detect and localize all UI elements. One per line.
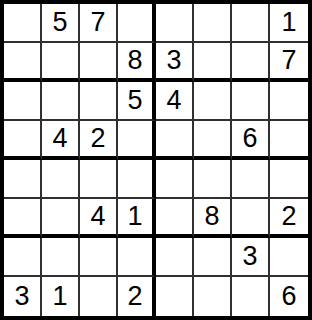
cell-r1c5[interactable]: [156, 4, 194, 43]
given-digit: 1: [281, 9, 296, 36]
cell-r4c8[interactable]: [270, 121, 308, 160]
given-digit: 6: [242, 125, 257, 152]
cell-r7c6[interactable]: [194, 238, 232, 277]
cell-r5c1[interactable]: [4, 160, 42, 199]
cell-r5c2[interactable]: [42, 160, 80, 199]
cell-r5c8[interactable]: [270, 160, 308, 199]
cell-r5c4[interactable]: [118, 160, 156, 199]
cell-r7c2[interactable]: [42, 238, 80, 277]
cell-r8c6[interactable]: [194, 277, 232, 316]
cell-r5c6[interactable]: [194, 160, 232, 199]
cell-r5c3[interactable]: [80, 160, 118, 199]
cell-r2c5[interactable]: 3: [156, 43, 194, 82]
cell-r2c2[interactable]: [42, 43, 80, 82]
cell-r4c4[interactable]: [118, 121, 156, 160]
cell-r3c7[interactable]: [232, 82, 270, 121]
given-digit: 4: [166, 87, 181, 114]
given-digit: 3: [14, 283, 29, 310]
cell-r6c6[interactable]: 8: [194, 199, 232, 238]
given-digit: 4: [90, 203, 105, 230]
given-digit: 8: [127, 47, 142, 74]
cell-r5c7[interactable]: [232, 160, 270, 199]
cell-r3c6[interactable]: [194, 82, 232, 121]
given-digit: 2: [127, 283, 142, 310]
cell-r6c2[interactable]: [42, 199, 80, 238]
given-digit: 6: [281, 283, 296, 310]
given-digit: 3: [242, 243, 257, 270]
cell-r7c3[interactable]: [80, 238, 118, 277]
given-digit: 7: [281, 47, 296, 74]
cell-r2c8[interactable]: 7: [270, 43, 308, 82]
cell-r4c3[interactable]: 2: [80, 121, 118, 160]
cell-r8c1[interactable]: 3: [4, 277, 42, 316]
cell-r4c6[interactable]: [194, 121, 232, 160]
cell-r3c3[interactable]: [80, 82, 118, 121]
given-digit: 1: [127, 203, 142, 230]
given-digit: 2: [90, 125, 105, 152]
cell-r8c8[interactable]: 6: [270, 277, 308, 316]
cell-r1c8[interactable]: 1: [270, 4, 308, 43]
cell-r3c8[interactable]: [270, 82, 308, 121]
given-digit: 8: [204, 203, 219, 230]
cell-r6c5[interactable]: [156, 199, 194, 238]
cell-r2c3[interactable]: [80, 43, 118, 82]
cell-r5c5[interactable]: [156, 160, 194, 199]
cell-r8c5[interactable]: [156, 277, 194, 316]
cell-r8c3[interactable]: [80, 277, 118, 316]
cell-r4c5[interactable]: [156, 121, 194, 160]
cell-r4c2[interactable]: 4: [42, 121, 80, 160]
cell-r8c2[interactable]: 1: [42, 277, 80, 316]
cell-r6c7[interactable]: [232, 199, 270, 238]
cell-r1c7[interactable]: [232, 4, 270, 43]
cell-r1c1[interactable]: [4, 4, 42, 43]
cell-r2c7[interactable]: [232, 43, 270, 82]
cell-r2c6[interactable]: [194, 43, 232, 82]
cell-r3c5[interactable]: 4: [156, 82, 194, 121]
given-digit: 4: [52, 125, 67, 152]
cell-r6c8[interactable]: 2: [270, 199, 308, 238]
sudoku-puzzle: 57183754426418233126: [0, 0, 312, 320]
cell-r3c4[interactable]: 5: [118, 82, 156, 121]
cell-r7c5[interactable]: [156, 238, 194, 277]
given-digit: 5: [52, 9, 67, 36]
given-digit: 1: [52, 283, 67, 310]
cell-r7c8[interactable]: [270, 238, 308, 277]
cell-r8c4[interactable]: 2: [118, 277, 156, 316]
cell-r7c7[interactable]: 3: [232, 238, 270, 277]
cell-r6c3[interactable]: 4: [80, 199, 118, 238]
cell-r1c2[interactable]: 5: [42, 4, 80, 43]
given-digit: 5: [127, 87, 142, 114]
cell-r1c3[interactable]: 7: [80, 4, 118, 43]
given-digit: 2: [281, 203, 296, 230]
cell-r4c1[interactable]: [4, 121, 42, 160]
cell-r7c1[interactable]: [4, 238, 42, 277]
given-digit: 3: [166, 47, 181, 74]
sudoku-board: 57183754426418233126: [0, 0, 312, 320]
cell-r6c1[interactable]: [4, 199, 42, 238]
cell-r4c7[interactable]: 6: [232, 121, 270, 160]
cell-r2c4[interactable]: 8: [118, 43, 156, 82]
cell-r1c6[interactable]: [194, 4, 232, 43]
cell-r2c1[interactable]: [4, 43, 42, 82]
cell-r1c4[interactable]: [118, 4, 156, 43]
cell-r3c2[interactable]: [42, 82, 80, 121]
cell-r8c7[interactable]: [232, 277, 270, 316]
cell-r3c1[interactable]: [4, 82, 42, 121]
cell-r6c4[interactable]: 1: [118, 199, 156, 238]
given-digit: 7: [90, 9, 105, 36]
cell-r7c4[interactable]: [118, 238, 156, 277]
